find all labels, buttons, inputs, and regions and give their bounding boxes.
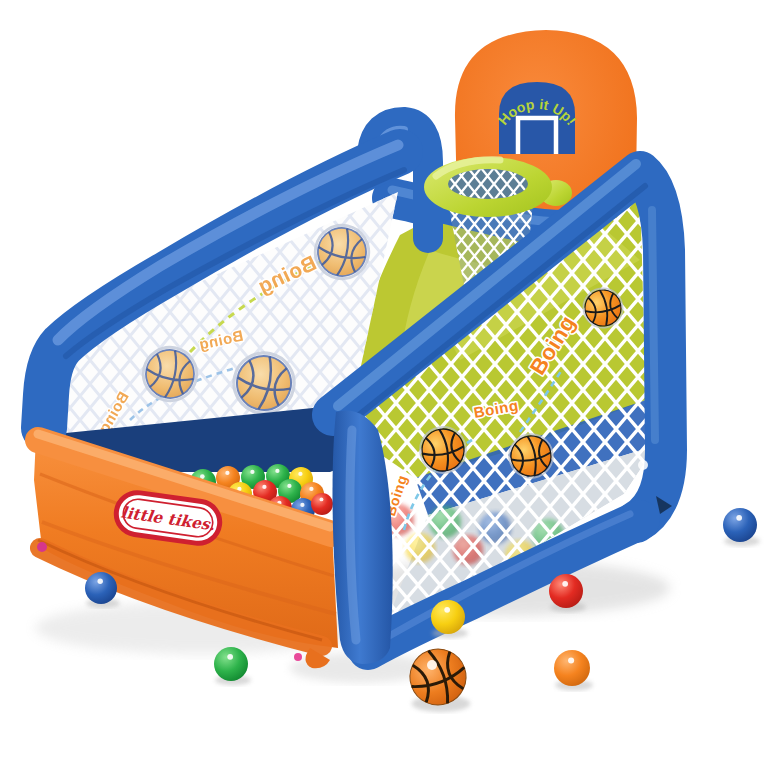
loose-ball-orange <box>554 650 590 686</box>
seam-tab <box>37 542 47 552</box>
ball-highlight <box>275 469 279 473</box>
ball-highlight <box>200 474 205 479</box>
ball-pit-illustration: Hoop it Up! BoingBoingBoing <box>0 0 767 767</box>
loose-ball-yellow <box>431 600 465 634</box>
ball-highlight <box>568 657 574 663</box>
ball-highlight <box>562 581 568 587</box>
loose-ball-red <box>549 574 583 608</box>
ball-highlight <box>250 470 254 474</box>
ball-highlight <box>225 471 229 475</box>
ball-highlight <box>309 487 313 491</box>
seam-tab-pink <box>294 653 302 661</box>
rim-opening-net <box>448 169 528 199</box>
ball-highlight <box>287 484 291 488</box>
loose-ball-blue <box>723 508 757 542</box>
ball-highlight <box>300 503 304 507</box>
loose-ball-blue <box>85 572 117 604</box>
ball-highlight <box>97 579 102 584</box>
right-edge-highlight <box>652 210 655 440</box>
ball-highlight <box>319 497 323 501</box>
product-photo-ball-pit: Hoop it Up! BoingBoingBoing <box>0 0 767 767</box>
ball-highlight <box>298 472 302 476</box>
ball-highlight <box>736 515 742 521</box>
ball-highlight <box>227 654 233 660</box>
tube-gloss-dot <box>638 460 648 470</box>
loose-ball-green <box>214 647 248 681</box>
ball-highlight <box>427 660 437 670</box>
ball-highlight <box>262 485 266 489</box>
ball-highlight <box>444 607 450 613</box>
play-ball-red <box>311 493 333 515</box>
